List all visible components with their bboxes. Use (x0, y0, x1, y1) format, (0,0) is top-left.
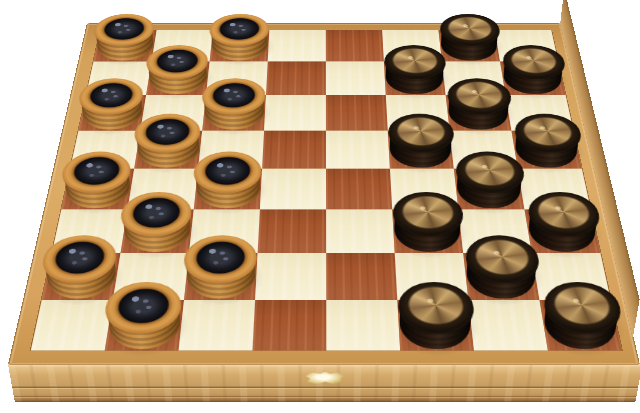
square-e4[interactable] (326, 169, 392, 210)
square-e8[interactable] (326, 30, 384, 61)
square-e5[interactable] (326, 131, 390, 169)
square-d8[interactable] (268, 30, 326, 61)
dark-piece[interactable] (398, 301, 472, 350)
square-a6[interactable] (79, 95, 147, 131)
square-e6[interactable] (326, 95, 388, 131)
light-piece[interactable] (147, 62, 209, 94)
square-d3[interactable] (258, 209, 327, 253)
square-d2[interactable] (255, 253, 326, 300)
dark-piece[interactable] (385, 62, 445, 94)
square-f5[interactable] (388, 131, 454, 169)
box-seam-lower (14, 396, 637, 397)
light-piece[interactable] (211, 31, 269, 62)
dark-piece[interactable] (447, 96, 511, 131)
checkers-board (8, 23, 640, 365)
dark-piece[interactable] (464, 254, 538, 299)
square-c8[interactable] (210, 30, 270, 61)
square-a1[interactable] (31, 300, 113, 351)
dark-piece[interactable] (389, 131, 453, 168)
square-g8[interactable] (438, 30, 500, 61)
square-g2[interactable] (463, 253, 539, 300)
square-f7[interactable] (384, 62, 446, 95)
light-piece[interactable] (106, 301, 183, 350)
photo-stage (0, 0, 640, 413)
square-c4[interactable] (194, 169, 262, 210)
light-piece[interactable] (135, 131, 201, 168)
square-a4[interactable] (61, 169, 134, 210)
square-b3[interactable] (121, 209, 194, 253)
board-grid (30, 30, 624, 352)
square-d1[interactable] (252, 300, 326, 351)
dark-piece[interactable] (393, 210, 462, 252)
square-e3[interactable] (326, 209, 395, 253)
light-piece[interactable] (80, 96, 146, 131)
light-piece[interactable] (63, 169, 133, 208)
square-g4[interactable] (454, 169, 525, 210)
dark-piece[interactable] (526, 210, 599, 252)
light-piece[interactable] (95, 31, 156, 62)
box-seam (12, 386, 638, 388)
dark-piece[interactable] (541, 301, 621, 350)
dark-piece[interactable] (501, 62, 564, 94)
square-d6[interactable] (264, 95, 326, 131)
square-h5[interactable] (511, 131, 581, 169)
box-front-face (8, 365, 640, 403)
square-a2[interactable] (42, 253, 121, 300)
square-g6[interactable] (446, 95, 512, 131)
square-f1[interactable] (397, 300, 474, 351)
dark-piece[interactable] (455, 169, 523, 208)
square-f3[interactable] (392, 209, 463, 253)
light-piece[interactable] (195, 169, 261, 208)
square-h7[interactable] (500, 62, 565, 95)
square-d7[interactable] (266, 62, 326, 95)
square-b7[interactable] (146, 62, 210, 95)
dark-piece[interactable] (513, 131, 581, 168)
light-piece[interactable] (43, 254, 119, 299)
square-e2[interactable] (326, 253, 397, 300)
square-e7[interactable] (326, 62, 386, 95)
light-piece[interactable] (203, 96, 265, 131)
square-g1[interactable] (468, 300, 547, 351)
square-b1[interactable] (105, 300, 184, 351)
square-b5[interactable] (134, 131, 202, 169)
light-piece[interactable] (185, 254, 256, 299)
square-d5[interactable] (262, 131, 326, 169)
square-h3[interactable] (525, 209, 601, 253)
square-h1[interactable] (540, 300, 622, 351)
square-c6[interactable] (202, 95, 266, 131)
light-piece[interactable] (122, 210, 193, 252)
square-c2[interactable] (184, 253, 258, 300)
square-d4[interactable] (260, 169, 326, 210)
dark-piece[interactable] (439, 31, 499, 62)
square-e1[interactable] (326, 300, 400, 351)
